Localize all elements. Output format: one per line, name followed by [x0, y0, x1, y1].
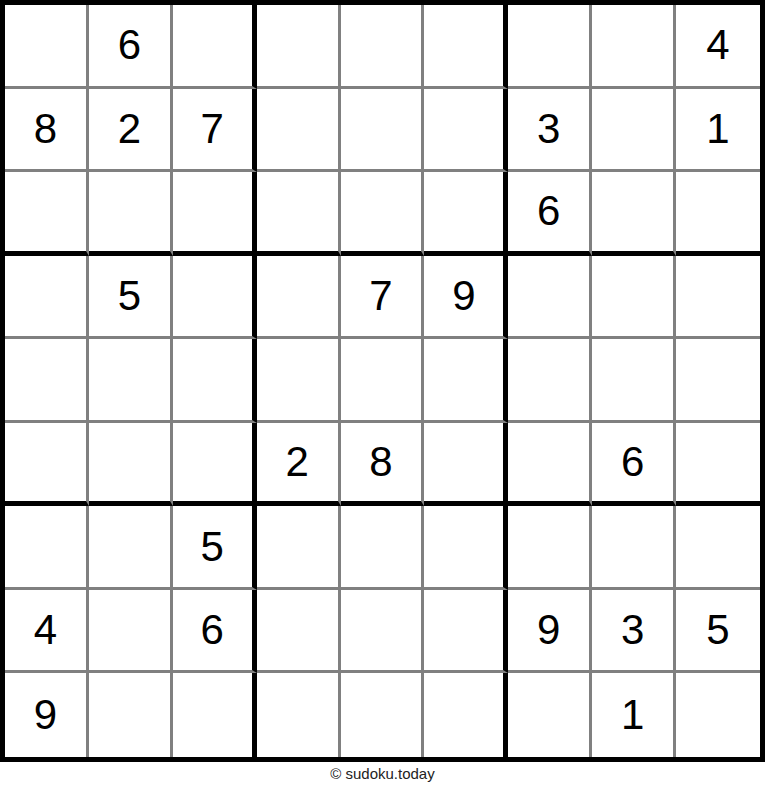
- cell-r1c5-empty[interactable]: [341, 5, 425, 89]
- cell-r9c8-given[interactable]: 1: [592, 673, 676, 757]
- cell-r2c1-given[interactable]: 8: [5, 89, 89, 173]
- cell-r6c4-given[interactable]: 2: [257, 423, 341, 507]
- cell-r8c9-given[interactable]: 5: [676, 590, 760, 674]
- cell-r3c8-empty[interactable]: [592, 172, 676, 256]
- cell-r7c3-given[interactable]: 5: [173, 506, 257, 590]
- cell-r5c1-empty[interactable]: [5, 339, 89, 423]
- cell-r1c2-given[interactable]: 6: [89, 5, 173, 89]
- cell-r7c7-empty[interactable]: [508, 506, 592, 590]
- cell-r8c4-empty[interactable]: [257, 590, 341, 674]
- cell-r3c5-empty[interactable]: [341, 172, 425, 256]
- cell-r7c6-empty[interactable]: [424, 506, 508, 590]
- cell-r9c9-empty[interactable]: [676, 673, 760, 757]
- cell-r5c8-empty[interactable]: [592, 339, 676, 423]
- cell-r5c7-empty[interactable]: [508, 339, 592, 423]
- cell-r8c2-empty[interactable]: [89, 590, 173, 674]
- cell-r8c3-given[interactable]: 6: [173, 590, 257, 674]
- cell-r2c4-empty[interactable]: [257, 89, 341, 173]
- cell-r5c3-empty[interactable]: [173, 339, 257, 423]
- cell-r8c1-given[interactable]: 4: [5, 590, 89, 674]
- cell-r3c6-empty[interactable]: [424, 172, 508, 256]
- cell-r3c3-empty[interactable]: [173, 172, 257, 256]
- cell-r4c9-empty[interactable]: [676, 256, 760, 340]
- cell-r8c8-given[interactable]: 3: [592, 590, 676, 674]
- cell-r7c5-empty[interactable]: [341, 506, 425, 590]
- cell-r4c4-empty[interactable]: [257, 256, 341, 340]
- cell-r6c1-empty[interactable]: [5, 423, 89, 507]
- cell-r4c7-empty[interactable]: [508, 256, 592, 340]
- cell-r8c5-empty[interactable]: [341, 590, 425, 674]
- cell-r1c9-given[interactable]: 4: [676, 5, 760, 89]
- cell-r4c2-given[interactable]: 5: [89, 256, 173, 340]
- cell-r5c6-empty[interactable]: [424, 339, 508, 423]
- cell-r5c5-empty[interactable]: [341, 339, 425, 423]
- sudoku-page: 6482731657928654693591 © sudoku.today: [0, 0, 765, 785]
- cell-r5c4-empty[interactable]: [257, 339, 341, 423]
- cell-r8c6-empty[interactable]: [424, 590, 508, 674]
- cell-r5c2-empty[interactable]: [89, 339, 173, 423]
- cell-r9c3-empty[interactable]: [173, 673, 257, 757]
- cell-r3c4-empty[interactable]: [257, 172, 341, 256]
- cell-r6c5-given[interactable]: 8: [341, 423, 425, 507]
- cell-r9c2-empty[interactable]: [89, 673, 173, 757]
- cell-r7c1-empty[interactable]: [5, 506, 89, 590]
- cell-r2c6-empty[interactable]: [424, 89, 508, 173]
- cell-r2c9-given[interactable]: 1: [676, 89, 760, 173]
- cell-r2c2-given[interactable]: 2: [89, 89, 173, 173]
- cell-r6c8-given[interactable]: 6: [592, 423, 676, 507]
- cell-r6c7-empty[interactable]: [508, 423, 592, 507]
- cell-r6c6-empty[interactable]: [424, 423, 508, 507]
- cell-r6c9-empty[interactable]: [676, 423, 760, 507]
- cell-r4c3-empty[interactable]: [173, 256, 257, 340]
- cell-r4c1-empty[interactable]: [5, 256, 89, 340]
- cell-r4c6-given[interactable]: 9: [424, 256, 508, 340]
- cell-r3c9-empty[interactable]: [676, 172, 760, 256]
- cell-r1c7-empty[interactable]: [508, 5, 592, 89]
- cell-r9c6-empty[interactable]: [424, 673, 508, 757]
- cell-r9c5-empty[interactable]: [341, 673, 425, 757]
- cell-r1c8-empty[interactable]: [592, 5, 676, 89]
- cell-r8c7-given[interactable]: 9: [508, 590, 592, 674]
- cell-r7c8-empty[interactable]: [592, 506, 676, 590]
- cell-r9c1-given[interactable]: 9: [5, 673, 89, 757]
- cell-r9c4-empty[interactable]: [257, 673, 341, 757]
- cell-r1c4-empty[interactable]: [257, 5, 341, 89]
- cell-r9c7-empty[interactable]: [508, 673, 592, 757]
- cell-r4c8-empty[interactable]: [592, 256, 676, 340]
- footer-credit: © sudoku.today: [0, 762, 765, 785]
- cell-r2c5-empty[interactable]: [341, 89, 425, 173]
- cell-r2c3-given[interactable]: 7: [173, 89, 257, 173]
- cell-r3c2-empty[interactable]: [89, 172, 173, 256]
- cell-r6c2-empty[interactable]: [89, 423, 173, 507]
- cell-r2c8-empty[interactable]: [592, 89, 676, 173]
- cell-r3c1-empty[interactable]: [5, 172, 89, 256]
- cell-r6c3-empty[interactable]: [173, 423, 257, 507]
- cell-r1c1-empty[interactable]: [5, 5, 89, 89]
- cell-r7c4-empty[interactable]: [257, 506, 341, 590]
- cell-r3c7-given[interactable]: 6: [508, 172, 592, 256]
- cell-r1c3-empty[interactable]: [173, 5, 257, 89]
- sudoku-board: 6482731657928654693591: [0, 0, 765, 762]
- cell-r4c5-given[interactable]: 7: [341, 256, 425, 340]
- cell-r7c2-empty[interactable]: [89, 506, 173, 590]
- cell-r5c9-empty[interactable]: [676, 339, 760, 423]
- cell-r1c6-empty[interactable]: [424, 5, 508, 89]
- cell-r2c7-given[interactable]: 3: [508, 89, 592, 173]
- cell-r7c9-empty[interactable]: [676, 506, 760, 590]
